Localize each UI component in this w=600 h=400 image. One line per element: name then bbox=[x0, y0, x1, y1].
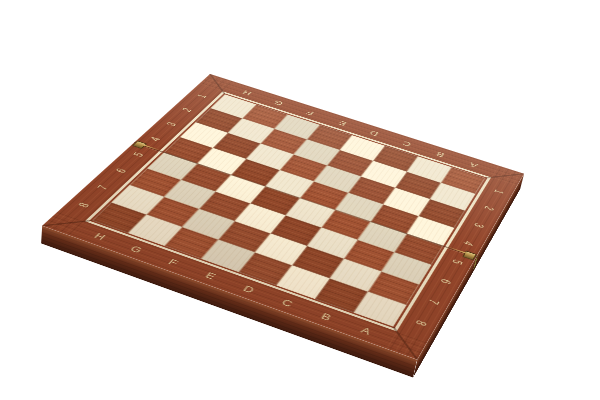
coordinate-label: F bbox=[167, 258, 180, 267]
coordinate-label: A bbox=[359, 326, 372, 336]
square-d8[interactable] bbox=[239, 252, 293, 285]
file-labels-near: HGFEDCBA bbox=[42, 212, 427, 360]
rank-label-left-8: 8 bbox=[60, 191, 106, 218]
coordinate-label: B bbox=[320, 312, 334, 322]
coordinate-label: 5 bbox=[132, 151, 146, 158]
square-f7[interactable] bbox=[182, 209, 235, 240]
coordinate-label: B bbox=[435, 150, 446, 157]
square-b7[interactable] bbox=[330, 259, 382, 292]
coordinate-label: E bbox=[337, 119, 348, 126]
coordinate-label: H bbox=[242, 89, 254, 96]
coordinate-label: 3 bbox=[472, 222, 485, 229]
coordinate-label: 6 bbox=[114, 167, 128, 174]
coordinate-label: F bbox=[305, 109, 316, 115]
photo-background: HGFEDCBA HGFEDCBA 12345678 12345678 bbox=[0, 0, 600, 400]
coordinate-label: D bbox=[242, 284, 257, 294]
coordinate-label: 2 bbox=[482, 205, 495, 212]
square-a5[interactable] bbox=[394, 234, 443, 265]
square-c7[interactable] bbox=[292, 246, 344, 278]
square-f8[interactable] bbox=[164, 227, 218, 259]
hinge-glint bbox=[446, 246, 466, 253]
square-c8[interactable] bbox=[276, 265, 329, 299]
rank-label-left-7: 7 bbox=[80, 174, 125, 200]
coordinate-label: 7 bbox=[96, 184, 110, 191]
coordinate-label: 2 bbox=[180, 107, 193, 113]
square-a7[interactable] bbox=[368, 272, 419, 306]
coordinate-label: 5 bbox=[450, 258, 464, 266]
square-a6[interactable] bbox=[381, 252, 431, 284]
coordinate-label: 1 bbox=[195, 93, 208, 99]
square-g7[interactable] bbox=[146, 197, 199, 227]
coordinate-label: 8 bbox=[76, 201, 91, 208]
square-b6[interactable] bbox=[344, 240, 394, 272]
coordinate-label: G bbox=[273, 99, 285, 106]
coordinate-label: 4 bbox=[461, 239, 475, 246]
square-e6[interactable] bbox=[235, 203, 286, 233]
square-f6[interactable] bbox=[199, 192, 250, 222]
coordinate-label: H bbox=[93, 232, 108, 241]
square-d6[interactable] bbox=[271, 215, 322, 246]
chessboard: HGFEDCBA HGFEDCBA 12345678 12345678 bbox=[42, 74, 524, 360]
square-b8[interactable] bbox=[315, 278, 368, 312]
coordinate-label: D bbox=[369, 130, 380, 137]
coordinate-label: 7 bbox=[426, 298, 441, 306]
coordinate-label: 3 bbox=[165, 121, 178, 127]
coordinate-label: C bbox=[401, 140, 412, 147]
square-g8[interactable] bbox=[128, 215, 182, 246]
square-e8[interactable] bbox=[201, 240, 255, 272]
coordinate-label: C bbox=[280, 298, 294, 308]
square-h8[interactable] bbox=[92, 202, 146, 233]
square-a8[interactable] bbox=[354, 292, 407, 327]
square-c5[interactable] bbox=[321, 210, 370, 240]
coordinate-label: E bbox=[204, 271, 218, 280]
square-e7[interactable] bbox=[218, 221, 270, 252]
coordinate-label: 1 bbox=[492, 188, 505, 195]
square-g6[interactable] bbox=[164, 180, 215, 209]
coordinate-label: 8 bbox=[413, 319, 428, 328]
coordinate-label: 6 bbox=[438, 277, 452, 285]
square-h7[interactable] bbox=[111, 185, 164, 215]
coordinate-label: G bbox=[129, 245, 144, 255]
coordinate-label: 4 bbox=[148, 136, 161, 142]
square-c6[interactable] bbox=[307, 227, 358, 258]
square-b5[interactable] bbox=[358, 222, 407, 253]
square-d7[interactable] bbox=[255, 233, 307, 265]
coordinate-label: A bbox=[468, 161, 479, 168]
